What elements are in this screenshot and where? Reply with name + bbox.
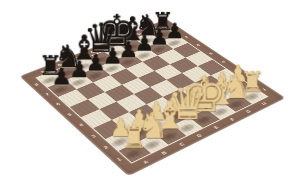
piece-glyph: ♜ bbox=[101, 122, 168, 152]
chess-board: AA11BB22CC33DD44EE55FF66GG77HH88 ♜♞♝♛♚♝♞… bbox=[19, 19, 285, 176]
chess-set-product-photo: AA11BB22CC33DD44EE55FF66GG77HH88 ♜♞♝♛♚♝♞… bbox=[0, 0, 300, 188]
board-scene: AA11BB22CC33DD44EE55FF66GG77HH88 ♜♞♝♛♚♝♞… bbox=[0, 0, 300, 188]
piece-glyph: ♟ bbox=[32, 65, 92, 88]
pieces-layer: ♜♞♝♛♚♝♞♜♟♟♟♟♟♟♟♟♟♟♟♟♟♟♟♟♜♞♝♛♚♝♞♜ bbox=[19, 19, 285, 176]
